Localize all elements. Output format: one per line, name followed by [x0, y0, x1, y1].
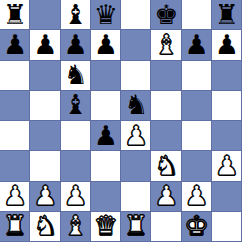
black-knight-c6: ♞	[64, 61, 88, 88]
square-b8[interactable]	[30, 0, 60, 30]
square-g8[interactable]	[182, 0, 212, 30]
white-knight-f3: ♞	[154, 152, 178, 179]
black-pawn-d4: ♟	[94, 122, 118, 149]
square-h4[interactable]	[212, 121, 242, 151]
square-e5[interactable]: ♞	[121, 91, 151, 121]
square-g7[interactable]: ♟	[182, 30, 212, 60]
square-d1[interactable]: ♛	[91, 212, 121, 242]
white-pawn-g2: ♟	[185, 182, 209, 209]
square-d5[interactable]	[91, 91, 121, 121]
chess-board: ♜♝♛♚♜♟♟♟♟♝♟♟♞♝♞♟♟♞♟♟♟♟♟♟♜♞♝♛♜♚	[0, 0, 242, 242]
square-b5[interactable]	[30, 91, 60, 121]
black-queen-d8: ♛	[94, 1, 118, 28]
black-pawn-a7: ♟	[3, 31, 27, 58]
square-f4[interactable]	[151, 121, 181, 151]
white-pawn-f2: ♟	[154, 182, 178, 209]
square-c6[interactable]: ♞	[61, 61, 91, 91]
black-pawn-c7: ♟	[64, 31, 88, 58]
square-b6[interactable]	[30, 61, 60, 91]
white-pawn-b2: ♟	[33, 182, 57, 209]
square-g2[interactable]: ♟	[182, 182, 212, 212]
square-e7[interactable]	[121, 30, 151, 60]
black-pawn-h7: ♟	[215, 31, 239, 58]
square-e3[interactable]	[121, 151, 151, 181]
white-king-g1: ♚	[185, 212, 209, 239]
square-c2[interactable]: ♟	[61, 182, 91, 212]
black-bishop-c8: ♝	[64, 1, 88, 28]
square-a3[interactable]	[0, 151, 30, 181]
square-f3[interactable]: ♞	[151, 151, 181, 181]
square-e1[interactable]: ♜	[121, 212, 151, 242]
square-b3[interactable]	[30, 151, 60, 181]
square-a7[interactable]: ♟	[0, 30, 30, 60]
square-h3[interactable]: ♟	[212, 151, 242, 181]
square-g4[interactable]	[182, 121, 212, 151]
square-c3[interactable]	[61, 151, 91, 181]
square-d8[interactable]: ♛	[91, 0, 121, 30]
square-g6[interactable]	[182, 61, 212, 91]
white-rook-a1: ♜	[3, 212, 27, 239]
square-f7[interactable]: ♝	[151, 30, 181, 60]
black-bishop-c5: ♝	[64, 91, 88, 118]
square-h8[interactable]: ♜	[212, 0, 242, 30]
square-a8[interactable]: ♜	[0, 0, 30, 30]
square-c8[interactable]: ♝	[61, 0, 91, 30]
square-e2[interactable]	[121, 182, 151, 212]
black-pawn-d7: ♟	[94, 31, 118, 58]
square-e8[interactable]	[121, 0, 151, 30]
white-rook-e1: ♜	[124, 212, 148, 239]
square-h6[interactable]	[212, 61, 242, 91]
black-rook-h8: ♜	[215, 1, 239, 28]
square-h5[interactable]	[212, 91, 242, 121]
square-f2[interactable]: ♟	[151, 182, 181, 212]
square-g5[interactable]	[182, 91, 212, 121]
square-a2[interactable]: ♟	[0, 182, 30, 212]
square-f5[interactable]	[151, 91, 181, 121]
square-d2[interactable]	[91, 182, 121, 212]
square-d6[interactable]	[91, 61, 121, 91]
square-e6[interactable]	[121, 61, 151, 91]
square-h1[interactable]	[212, 212, 242, 242]
white-bishop-c1: ♝	[64, 212, 88, 239]
square-c4[interactable]	[61, 121, 91, 151]
square-e4[interactable]: ♟	[121, 121, 151, 151]
white-pawn-c2: ♟	[64, 182, 88, 209]
square-h2[interactable]	[212, 182, 242, 212]
square-d4[interactable]: ♟	[91, 121, 121, 151]
square-c1[interactable]: ♝	[61, 212, 91, 242]
white-pawn-h3: ♟	[215, 152, 239, 179]
white-queen-d1: ♛	[94, 212, 118, 239]
square-f8[interactable]: ♚	[151, 0, 181, 30]
square-a4[interactable]	[0, 121, 30, 151]
square-b2[interactable]: ♟	[30, 182, 60, 212]
square-g1[interactable]: ♚	[182, 212, 212, 242]
white-pawn-a2: ♟	[3, 182, 27, 209]
white-bishop-f7: ♝	[154, 31, 178, 58]
square-b7[interactable]: ♟	[30, 30, 60, 60]
square-f1[interactable]	[151, 212, 181, 242]
square-g3[interactable]	[182, 151, 212, 181]
black-knight-e5: ♞	[124, 91, 148, 118]
square-f6[interactable]	[151, 61, 181, 91]
white-pawn-e4: ♟	[124, 122, 148, 149]
square-a5[interactable]	[0, 91, 30, 121]
black-king-f8: ♚	[154, 1, 178, 28]
square-c5[interactable]: ♝	[61, 91, 91, 121]
square-a1[interactable]: ♜	[0, 212, 30, 242]
square-d3[interactable]	[91, 151, 121, 181]
black-rook-a8: ♜	[3, 1, 27, 28]
black-pawn-g7: ♟	[185, 31, 209, 58]
white-knight-b1: ♞	[33, 212, 57, 239]
square-h7[interactable]: ♟	[212, 30, 242, 60]
square-a6[interactable]	[0, 61, 30, 91]
black-pawn-b7: ♟	[33, 31, 57, 58]
square-d7[interactable]: ♟	[91, 30, 121, 60]
square-b1[interactable]: ♞	[30, 212, 60, 242]
square-b4[interactable]	[30, 121, 60, 151]
square-c7[interactable]: ♟	[61, 30, 91, 60]
